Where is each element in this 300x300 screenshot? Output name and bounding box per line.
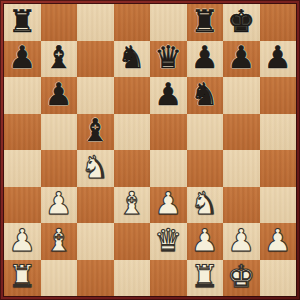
- square-c4[interactable]: ♞: [77, 150, 114, 187]
- white-pawn-g2[interactable]: ♟: [227, 225, 255, 256]
- square-g6[interactable]: [223, 77, 260, 114]
- square-d4[interactable]: [114, 150, 151, 187]
- square-d2[interactable]: [114, 223, 151, 260]
- square-a4[interactable]: [4, 150, 41, 187]
- square-e7[interactable]: ♛: [150, 41, 187, 78]
- square-f7[interactable]: ♟: [187, 41, 224, 78]
- black-bishop-b7[interactable]: ♝: [45, 42, 73, 73]
- square-g7[interactable]: ♟: [223, 41, 260, 78]
- square-f8[interactable]: ♜: [187, 4, 224, 41]
- chess-board: ♜♜♚♟♝♞♛♟♟♟♟♟♞♝♞♟♝♟♞♟♝♛♟♟♟♜♜♚: [0, 0, 300, 300]
- square-h4[interactable]: [260, 150, 297, 187]
- white-pawn-f2[interactable]: ♟: [191, 225, 219, 256]
- square-b4[interactable]: [41, 150, 78, 187]
- black-pawn-a7[interactable]: ♟: [8, 42, 36, 73]
- white-rook-a1[interactable]: ♜: [8, 261, 36, 292]
- square-e3[interactable]: ♟: [150, 187, 187, 224]
- black-king-g8[interactable]: ♚: [227, 6, 255, 37]
- square-b8[interactable]: [41, 4, 78, 41]
- square-f6[interactable]: ♞: [187, 77, 224, 114]
- square-a8[interactable]: ♜: [4, 4, 41, 41]
- square-f2[interactable]: ♟: [187, 223, 224, 260]
- white-bishop-d3[interactable]: ♝: [118, 188, 146, 219]
- square-d3[interactable]: ♝: [114, 187, 151, 224]
- black-rook-f8[interactable]: ♜: [191, 6, 219, 37]
- square-c8[interactable]: [77, 4, 114, 41]
- white-bishop-b2[interactable]: ♝: [45, 225, 73, 256]
- square-h3[interactable]: [260, 187, 297, 224]
- square-h1[interactable]: [260, 260, 297, 297]
- square-f4[interactable]: [187, 150, 224, 187]
- square-b2[interactable]: ♝: [41, 223, 78, 260]
- black-rook-a8[interactable]: ♜: [8, 6, 36, 37]
- square-g2[interactable]: ♟: [223, 223, 260, 260]
- square-b7[interactable]: ♝: [41, 41, 78, 78]
- white-knight-c4[interactable]: ♞: [81, 152, 109, 183]
- square-e4[interactable]: [150, 150, 187, 187]
- board-grid: ♜♜♚♟♝♞♛♟♟♟♟♟♞♝♞♟♝♟♞♟♝♛♟♟♟♜♜♚: [4, 4, 296, 296]
- black-pawn-f7[interactable]: ♟: [191, 42, 219, 73]
- square-a3[interactable]: [4, 187, 41, 224]
- square-b6[interactable]: ♟: [41, 77, 78, 114]
- square-f1[interactable]: ♜: [187, 260, 224, 297]
- square-a6[interactable]: [4, 77, 41, 114]
- black-pawn-g7[interactable]: ♟: [227, 42, 255, 73]
- black-queen-e7[interactable]: ♛: [154, 42, 182, 73]
- square-a7[interactable]: ♟: [4, 41, 41, 78]
- white-knight-f3[interactable]: ♞: [191, 188, 219, 219]
- white-king-g1[interactable]: ♚: [227, 261, 255, 292]
- white-pawn-h2[interactable]: ♟: [264, 225, 292, 256]
- square-g5[interactable]: [223, 114, 260, 151]
- square-h2[interactable]: ♟: [260, 223, 297, 260]
- square-a2[interactable]: ♟: [4, 223, 41, 260]
- square-e8[interactable]: [150, 4, 187, 41]
- square-c6[interactable]: [77, 77, 114, 114]
- square-c7[interactable]: [77, 41, 114, 78]
- white-pawn-a2[interactable]: ♟: [8, 225, 36, 256]
- square-d8[interactable]: [114, 4, 151, 41]
- square-g8[interactable]: ♚: [223, 4, 260, 41]
- square-g4[interactable]: [223, 150, 260, 187]
- square-e6[interactable]: ♟: [150, 77, 187, 114]
- square-h5[interactable]: [260, 114, 297, 151]
- square-h7[interactable]: ♟: [260, 41, 297, 78]
- square-g3[interactable]: [223, 187, 260, 224]
- black-knight-f6[interactable]: ♞: [191, 79, 219, 110]
- black-pawn-e6[interactable]: ♟: [154, 79, 182, 110]
- square-e2[interactable]: ♛: [150, 223, 187, 260]
- square-e1[interactable]: [150, 260, 187, 297]
- white-pawn-b3[interactable]: ♟: [45, 188, 73, 219]
- square-d1[interactable]: [114, 260, 151, 297]
- white-rook-f1[interactable]: ♜: [191, 261, 219, 292]
- white-pawn-e3[interactable]: ♟: [154, 188, 182, 219]
- square-d5[interactable]: [114, 114, 151, 151]
- black-knight-d7[interactable]: ♞: [118, 42, 146, 73]
- square-a1[interactable]: ♜: [4, 260, 41, 297]
- square-b1[interactable]: [41, 260, 78, 297]
- square-f5[interactable]: [187, 114, 224, 151]
- square-h8[interactable]: [260, 4, 297, 41]
- square-c2[interactable]: [77, 223, 114, 260]
- black-pawn-b6[interactable]: ♟: [45, 79, 73, 110]
- white-queen-e2[interactable]: ♛: [154, 225, 182, 256]
- square-b3[interactable]: ♟: [41, 187, 78, 224]
- square-c5[interactable]: ♝: [77, 114, 114, 151]
- square-h6[interactable]: [260, 77, 297, 114]
- square-f3[interactable]: ♞: [187, 187, 224, 224]
- black-pawn-h7[interactable]: ♟: [264, 42, 292, 73]
- square-c3[interactable]: [77, 187, 114, 224]
- square-d6[interactable]: [114, 77, 151, 114]
- square-c1[interactable]: [77, 260, 114, 297]
- square-g1[interactable]: ♚: [223, 260, 260, 297]
- black-bishop-c5[interactable]: ♝: [81, 115, 109, 146]
- square-b5[interactable]: [41, 114, 78, 151]
- square-d7[interactable]: ♞: [114, 41, 151, 78]
- square-e5[interactable]: [150, 114, 187, 151]
- square-a5[interactable]: [4, 114, 41, 151]
